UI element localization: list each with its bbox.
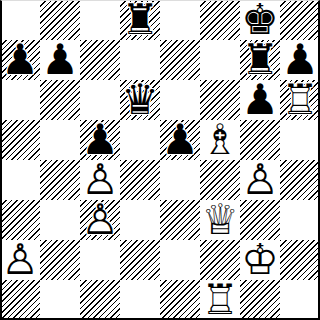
piece-fill-glyph: ♟ [160, 120, 200, 160]
piece-black-king[interactable]: ♚ [240, 0, 280, 40]
square-f8[interactable] [200, 0, 240, 40]
square-a7[interactable]: ♟ [0, 40, 40, 80]
square-b5[interactable] [40, 120, 80, 160]
square-c8[interactable] [80, 0, 120, 40]
square-e5[interactable]: ♟ [160, 120, 200, 160]
square-h5[interactable] [280, 120, 320, 160]
square-e2[interactable] [160, 240, 200, 280]
chess-board: ♜♚♟♟♜♟♛♟♜♖♟♟♝♗♟♙♟♙♟♙♛♕♟♙♚♔♜♖ [0, 0, 320, 320]
square-d2[interactable] [120, 240, 160, 280]
square-g4[interactable]: ♟♙ [240, 160, 280, 200]
piece-black-pawn[interactable]: ♟ [280, 40, 320, 80]
square-e4[interactable] [160, 160, 200, 200]
square-g3[interactable] [240, 200, 280, 240]
piece-fill-glyph: ♜ [120, 0, 160, 40]
piece-black-pawn[interactable]: ♟ [160, 120, 200, 160]
square-h6[interactable]: ♜♖ [280, 80, 320, 120]
square-a3[interactable] [0, 200, 40, 240]
square-a1[interactable] [0, 280, 40, 320]
square-a6[interactable] [0, 80, 40, 120]
square-d1[interactable] [120, 280, 160, 320]
piece-white-pawn[interactable]: ♟♙ [0, 240, 40, 280]
square-b3[interactable] [40, 200, 80, 240]
square-g2[interactable]: ♚♔ [240, 240, 280, 280]
square-g7[interactable]: ♜ [240, 40, 280, 80]
square-d8[interactable]: ♜ [120, 0, 160, 40]
square-c2[interactable] [80, 240, 120, 280]
piece-outline-glyph: ♙ [80, 160, 120, 200]
piece-fill-glyph: ♟ [280, 40, 320, 80]
square-d4[interactable] [120, 160, 160, 200]
piece-fill-glyph: ♛ [120, 80, 160, 120]
square-h7[interactable]: ♟ [280, 40, 320, 80]
square-f2[interactable] [200, 240, 240, 280]
piece-outline-glyph: ♗ [200, 120, 240, 160]
square-e8[interactable] [160, 0, 200, 40]
square-b6[interactable] [40, 80, 80, 120]
square-f7[interactable] [200, 40, 240, 80]
square-a4[interactable] [0, 160, 40, 200]
square-c7[interactable] [80, 40, 120, 80]
piece-black-rook[interactable]: ♜ [120, 0, 160, 40]
square-c5[interactable]: ♟ [80, 120, 120, 160]
piece-outline-glyph: ♙ [240, 160, 280, 200]
square-f3[interactable]: ♛♕ [200, 200, 240, 240]
piece-fill-glyph: ♟ [80, 120, 120, 160]
piece-outline-glyph: ♕ [200, 200, 240, 240]
square-c3[interactable]: ♟♙ [80, 200, 120, 240]
piece-white-bishop[interactable]: ♝♗ [200, 120, 240, 160]
piece-white-pawn[interactable]: ♟♙ [80, 160, 120, 200]
square-d5[interactable] [120, 120, 160, 160]
chess-board-wrapper: ♜♚♟♟♜♟♛♟♜♖♟♟♝♗♟♙♟♙♟♙♛♕♟♙♚♔♜♖ [0, 0, 320, 320]
square-c4[interactable]: ♟♙ [80, 160, 120, 200]
piece-fill-glyph: ♟ [240, 80, 280, 120]
square-c6[interactable] [80, 80, 120, 120]
square-h8[interactable] [280, 0, 320, 40]
piece-black-pawn[interactable]: ♟ [0, 40, 40, 80]
piece-black-queen[interactable]: ♛ [120, 80, 160, 120]
square-g6[interactable]: ♟ [240, 80, 280, 120]
square-e7[interactable] [160, 40, 200, 80]
square-e3[interactable] [160, 200, 200, 240]
square-e1[interactable] [160, 280, 200, 320]
piece-white-queen[interactable]: ♛♕ [200, 200, 240, 240]
square-f1[interactable]: ♜♖ [200, 280, 240, 320]
square-e6[interactable] [160, 80, 200, 120]
square-d7[interactable] [120, 40, 160, 80]
piece-white-pawn[interactable]: ♟♙ [80, 200, 120, 240]
piece-fill-glyph: ♚ [240, 0, 280, 40]
square-g1[interactable] [240, 280, 280, 320]
piece-outline-glyph: ♙ [80, 200, 120, 240]
square-f4[interactable] [200, 160, 240, 200]
square-h1[interactable] [280, 280, 320, 320]
piece-outline-glyph: ♖ [280, 80, 320, 120]
square-g5[interactable] [240, 120, 280, 160]
piece-white-pawn[interactable]: ♟♙ [240, 160, 280, 200]
piece-fill-glyph: ♜ [240, 40, 280, 80]
square-h2[interactable] [280, 240, 320, 280]
piece-fill-glyph: ♟ [0, 40, 40, 80]
piece-outline-glyph: ♖ [200, 280, 240, 320]
piece-black-pawn[interactable]: ♟ [240, 80, 280, 120]
square-h3[interactable] [280, 200, 320, 240]
square-b7[interactable]: ♟ [40, 40, 80, 80]
piece-black-rook[interactable]: ♜ [240, 40, 280, 80]
square-f6[interactable] [200, 80, 240, 120]
square-g8[interactable]: ♚ [240, 0, 280, 40]
piece-white-rook[interactable]: ♜♖ [200, 280, 240, 320]
square-c1[interactable] [80, 280, 120, 320]
square-b8[interactable] [40, 0, 80, 40]
piece-outline-glyph: ♙ [0, 240, 40, 280]
piece-white-king[interactable]: ♚♔ [240, 240, 280, 280]
square-b2[interactable] [40, 240, 80, 280]
piece-white-rook[interactable]: ♜♖ [280, 80, 320, 120]
square-d6[interactable]: ♛ [120, 80, 160, 120]
square-b4[interactable] [40, 160, 80, 200]
square-d3[interactable] [120, 200, 160, 240]
square-h4[interactable] [280, 160, 320, 200]
square-a2[interactable]: ♟♙ [0, 240, 40, 280]
square-a8[interactable] [0, 0, 40, 40]
piece-fill-glyph: ♟ [40, 40, 80, 80]
square-b1[interactable] [40, 280, 80, 320]
square-f5[interactable]: ♝♗ [200, 120, 240, 160]
piece-black-pawn[interactable]: ♟ [40, 40, 80, 80]
square-a5[interactable] [0, 120, 40, 160]
piece-outline-glyph: ♔ [240, 240, 280, 280]
piece-black-pawn[interactable]: ♟ [80, 120, 120, 160]
